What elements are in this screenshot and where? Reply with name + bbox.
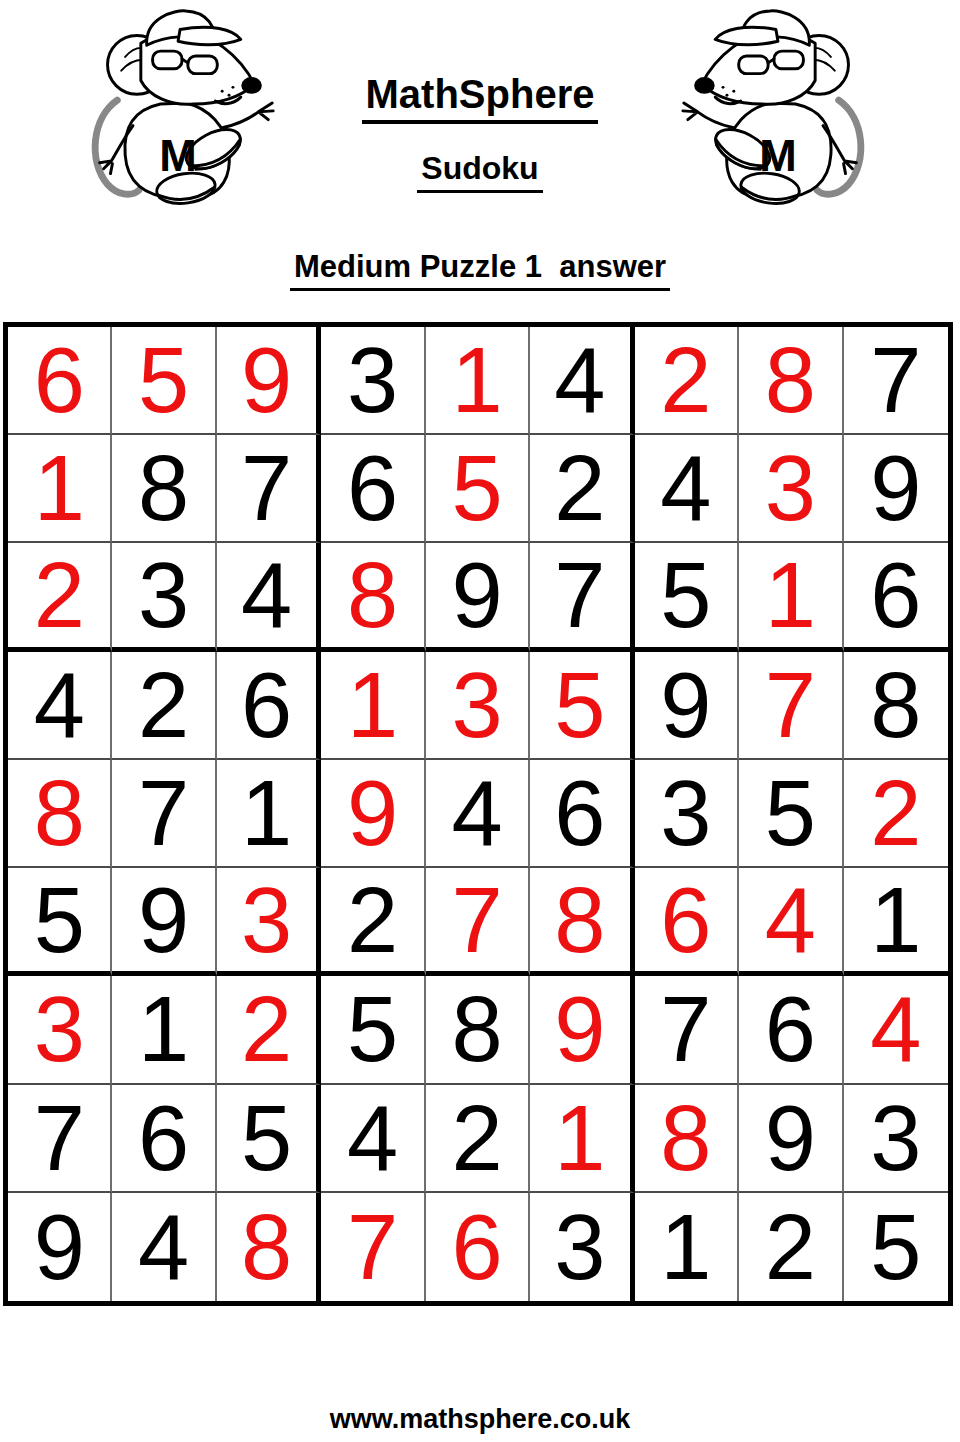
given-digit: 3: [347, 334, 398, 426]
answer-digit: 9: [347, 767, 398, 859]
given-digit: 8: [138, 442, 189, 534]
given-digit: 5: [347, 983, 398, 1075]
given-digit: 7: [660, 983, 711, 1075]
given-digit: 6: [870, 549, 921, 641]
sudoku-cell-r6c5: 7: [426, 868, 530, 976]
answer-digit: 4: [870, 983, 921, 1075]
answer-digit: 5: [554, 659, 605, 751]
answer-digit: 3: [765, 442, 816, 534]
answer-digit: 3: [241, 874, 292, 966]
answer-digit: 9: [241, 334, 292, 426]
answer-digit: 2: [660, 334, 711, 426]
answer-digit: 5: [138, 334, 189, 426]
given-digit: 6: [347, 442, 398, 534]
sudoku-cell-r7c4: 5: [321, 976, 425, 1084]
sudoku-cell-r3c2: 3: [112, 543, 216, 651]
sudoku-cell-r2c1: 1: [8, 435, 112, 543]
given-digit: 9: [451, 549, 502, 641]
sudoku-cell-r1c8: 8: [739, 327, 843, 435]
given-digit: 4: [138, 1201, 189, 1293]
sudoku-cell-r9c7: 1: [635, 1193, 739, 1301]
given-digit: 9: [660, 659, 711, 751]
given-digit: 3: [138, 549, 189, 641]
given-digit: 7: [138, 767, 189, 859]
answer-digit: 7: [347, 1201, 398, 1293]
given-digit: 5: [241, 1092, 292, 1184]
sudoku-cell-r5c2: 7: [112, 760, 216, 868]
sudoku-cell-r4c1: 4: [8, 652, 112, 760]
given-digit: 4: [660, 442, 711, 534]
sudoku-cell-r6c2: 9: [112, 868, 216, 976]
given-digit: 9: [34, 1201, 85, 1293]
sudoku-cell-r7c1: 3: [8, 976, 112, 1084]
sudoku-cell-r5c3: 1: [217, 760, 321, 868]
sudoku-cell-r2c9: 9: [844, 435, 948, 543]
sudoku-grid: 6593142871876524392348975164261359788719…: [3, 322, 953, 1306]
sudoku-cell-r9c9: 5: [844, 1193, 948, 1301]
answer-digit: 6: [660, 874, 711, 966]
answer-digit: 6: [34, 334, 85, 426]
given-digit: 2: [138, 659, 189, 751]
answer-digit: 8: [554, 874, 605, 966]
sudoku-cell-r3c1: 2: [8, 543, 112, 651]
answer-digit: 1: [451, 334, 502, 426]
sudoku-cell-r4c4: 1: [321, 652, 425, 760]
answer-digit: 2: [870, 767, 921, 859]
sudoku-cell-r3c7: 5: [635, 543, 739, 651]
given-digit: 7: [34, 1092, 85, 1184]
given-digit: 9: [765, 1092, 816, 1184]
sudoku-cell-r1c6: 4: [530, 327, 634, 435]
sudoku-cell-r5c7: 3: [635, 760, 739, 868]
sudoku-cell-r2c8: 3: [739, 435, 843, 543]
sudoku-cell-r6c8: 4: [739, 868, 843, 976]
given-digit: 9: [870, 442, 921, 534]
answer-digit: 8: [34, 767, 85, 859]
page-title: MathSphere: [362, 72, 599, 124]
sudoku-cell-r4c8: 7: [739, 652, 843, 760]
sudoku-cell-r2c6: 2: [530, 435, 634, 543]
given-digit: 8: [870, 659, 921, 751]
sudoku-cell-r7c9: 4: [844, 976, 948, 1084]
sudoku-cell-r1c5: 1: [426, 327, 530, 435]
given-digit: 3: [554, 1201, 605, 1293]
sudoku-cell-r6c9: 1: [844, 868, 948, 976]
sudoku-cell-r4c7: 9: [635, 652, 739, 760]
given-digit: 7: [554, 549, 605, 641]
sudoku-cell-r8c2: 6: [112, 1085, 216, 1193]
given-digit: 1: [660, 1201, 711, 1293]
sudoku-cell-r2c5: 5: [426, 435, 530, 543]
sudoku-cell-r8c5: 2: [426, 1085, 530, 1193]
given-digit: 2: [765, 1201, 816, 1293]
sudoku-cell-r8c7: 8: [635, 1085, 739, 1193]
given-digit: 5: [765, 767, 816, 859]
given-digit: 7: [241, 442, 292, 534]
sudoku-cell-r4c6: 5: [530, 652, 634, 760]
answer-digit: 8: [765, 334, 816, 426]
sudoku-cell-r6c1: 5: [8, 868, 112, 976]
sudoku-cell-r9c6: 3: [530, 1193, 634, 1301]
page-subtitle: Sudoku: [417, 150, 542, 193]
sudoku-cell-r6c4: 2: [321, 868, 425, 976]
given-digit: 8: [451, 983, 502, 1075]
sudoku-cell-r5c9: 2: [844, 760, 948, 868]
given-digit: 1: [241, 767, 292, 859]
given-digit: 4: [34, 659, 85, 751]
sudoku-cell-r8c9: 3: [844, 1085, 948, 1193]
given-digit: 3: [870, 1092, 921, 1184]
sudoku-cell-r5c8: 5: [739, 760, 843, 868]
sudoku-cell-r3c3: 4: [217, 543, 321, 651]
given-digit: 7: [870, 334, 921, 426]
sudoku-cell-r6c6: 8: [530, 868, 634, 976]
sudoku-cell-r8c3: 5: [217, 1085, 321, 1193]
answer-digit: 3: [34, 983, 85, 1075]
sudoku-cell-r7c8: 6: [739, 976, 843, 1084]
given-digit: 4: [347, 1092, 398, 1184]
given-digit: 5: [34, 874, 85, 966]
given-digit: 1: [870, 874, 921, 966]
answer-digit: 1: [347, 659, 398, 751]
sudoku-cell-r7c6: 9: [530, 976, 634, 1084]
answer-digit: 9: [554, 983, 605, 1075]
answer-digit: 2: [34, 549, 85, 641]
sudoku-cell-r1c2: 5: [112, 327, 216, 435]
given-digit: 6: [765, 983, 816, 1075]
given-digit: 4: [241, 549, 292, 641]
answer-digit: 5: [451, 442, 502, 534]
page-subtitle-row: Sudoku: [0, 150, 960, 193]
sudoku-cell-r1c1: 6: [8, 327, 112, 435]
sudoku-cell-r5c5: 4: [426, 760, 530, 868]
given-digit: 4: [451, 767, 502, 859]
sudoku-cell-r4c5: 3: [426, 652, 530, 760]
answer-digit: 4: [765, 874, 816, 966]
answer-digit: 7: [451, 874, 502, 966]
sudoku-cell-r8c8: 9: [739, 1085, 843, 1193]
given-digit: 2: [554, 442, 605, 534]
given-digit: 1: [138, 983, 189, 1075]
sudoku-cell-r9c8: 2: [739, 1193, 843, 1301]
given-digit: 9: [138, 874, 189, 966]
sudoku-cell-r1c3: 9: [217, 327, 321, 435]
sudoku-cell-r4c2: 2: [112, 652, 216, 760]
answer-digit: 8: [347, 549, 398, 641]
answer-digit: 8: [660, 1092, 711, 1184]
sudoku-cell-r9c5: 6: [426, 1193, 530, 1301]
sudoku-cell-r1c9: 7: [844, 327, 948, 435]
answer-digit: 3: [451, 659, 502, 751]
sudoku-cell-r8c1: 7: [8, 1085, 112, 1193]
page-title-row: MathSphere: [0, 72, 960, 124]
sudoku-cell-r4c9: 8: [844, 652, 948, 760]
sudoku-cell-r8c4: 4: [321, 1085, 425, 1193]
sudoku-cell-r4c3: 6: [217, 652, 321, 760]
sudoku-cell-r7c7: 7: [635, 976, 739, 1084]
footer-url: www.mathsphere.co.uk: [0, 1404, 960, 1435]
puzzle-label-row: Medium Puzzle 1 answer: [0, 249, 960, 291]
answer-digit: 1: [554, 1092, 605, 1184]
sudoku-cell-r7c3: 2: [217, 976, 321, 1084]
sudoku-cell-r3c8: 1: [739, 543, 843, 651]
answer-digit: 7: [765, 659, 816, 751]
sudoku-cell-r6c3: 3: [217, 868, 321, 976]
sudoku-cell-r5c4: 9: [321, 760, 425, 868]
sudoku-cell-r1c4: 3: [321, 327, 425, 435]
sudoku-cell-r9c2: 4: [112, 1193, 216, 1301]
sudoku-cell-r7c5: 8: [426, 976, 530, 1084]
answer-digit: 1: [34, 442, 85, 534]
given-digit: 5: [870, 1201, 921, 1293]
given-digit: 5: [660, 549, 711, 641]
sudoku-cell-r2c7: 4: [635, 435, 739, 543]
answer-digit: 6: [451, 1201, 502, 1293]
given-digit: 3: [660, 767, 711, 859]
given-digit: 6: [138, 1092, 189, 1184]
sudoku-cell-r3c4: 8: [321, 543, 425, 651]
sudoku-cell-r3c5: 9: [426, 543, 530, 651]
given-digit: 2: [451, 1092, 502, 1184]
answer-digit: 1: [765, 549, 816, 641]
sudoku-cell-r2c3: 7: [217, 435, 321, 543]
sudoku-cell-r1c7: 2: [635, 327, 739, 435]
given-digit: 2: [347, 874, 398, 966]
given-digit: 4: [554, 334, 605, 426]
sudoku-cell-r8c6: 1: [530, 1085, 634, 1193]
answer-digit: 2: [241, 983, 292, 1075]
sudoku-cell-r2c4: 6: [321, 435, 425, 543]
given-digit: 6: [241, 659, 292, 751]
sudoku-cell-r9c3: 8: [217, 1193, 321, 1301]
given-digit: 6: [554, 767, 605, 859]
sudoku-cell-r3c9: 6: [844, 543, 948, 651]
sudoku-cell-r2c2: 8: [112, 435, 216, 543]
sudoku-cell-r5c1: 8: [8, 760, 112, 868]
sudoku-cell-r6c7: 6: [635, 868, 739, 976]
sudoku-cell-r5c6: 6: [530, 760, 634, 868]
sudoku-cell-r3c6: 7: [530, 543, 634, 651]
sudoku-cell-r9c4: 7: [321, 1193, 425, 1301]
puzzle-label: Medium Puzzle 1 answer: [290, 249, 670, 291]
sudoku-cell-r7c2: 1: [112, 976, 216, 1084]
sudoku-cell-r9c1: 9: [8, 1193, 112, 1301]
answer-digit: 8: [241, 1201, 292, 1293]
